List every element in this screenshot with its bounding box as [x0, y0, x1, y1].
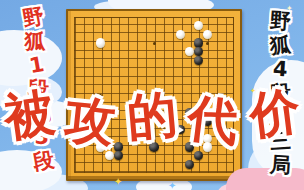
title-character: 代	[185, 90, 241, 150]
video-thumbnail: ✦ ✦ ✦ ✦ 野狐1段到5段 野狐4段第三局 被攻的代价	[0, 0, 304, 190]
banner-character: 段	[31, 147, 56, 174]
banner-character: 局	[269, 152, 292, 177]
star-point	[206, 42, 209, 45]
star-icon: ✦	[114, 177, 122, 187]
title-character: 被	[1, 85, 58, 145]
title-character: 攻	[62, 91, 117, 150]
banner-character: 野	[21, 4, 46, 31]
white-stone	[203, 30, 213, 40]
banner-character: 4	[272, 57, 288, 82]
star-point	[153, 42, 156, 45]
banner-character: 1	[28, 52, 47, 78]
main-title: 被攻的代价	[0, 86, 304, 140]
banner-character: 狐	[24, 29, 45, 53]
banner-character: 野	[269, 8, 292, 33]
title-character: 的	[125, 87, 180, 145]
banner-character: 狐	[269, 32, 292, 57]
star-icon: ✦	[168, 181, 176, 190]
pink-cloud-decoration	[226, 168, 304, 190]
title-character: 价	[247, 83, 303, 143]
